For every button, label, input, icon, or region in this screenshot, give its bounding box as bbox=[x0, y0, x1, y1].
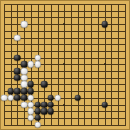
black-stone bbox=[21, 88, 28, 95]
grid-line bbox=[84, 4, 85, 126]
grid-line bbox=[4, 125, 126, 126]
black-stone bbox=[14, 74, 21, 81]
white-stone bbox=[21, 21, 28, 28]
black-stone bbox=[21, 61, 28, 68]
grid-line bbox=[4, 111, 126, 112]
white-stone bbox=[21, 81, 28, 88]
star-point bbox=[63, 23, 65, 25]
white-stone bbox=[34, 121, 41, 128]
grid-line bbox=[111, 4, 112, 126]
black-stone bbox=[14, 88, 21, 95]
black-stone bbox=[101, 101, 108, 108]
white-stone bbox=[1, 95, 8, 102]
star-point bbox=[104, 63, 106, 65]
grid-line bbox=[91, 4, 92, 126]
white-stone bbox=[21, 101, 28, 108]
black-stone bbox=[14, 95, 21, 102]
grid-line bbox=[78, 4, 79, 126]
black-stone bbox=[7, 88, 14, 95]
white-stone bbox=[54, 95, 61, 102]
grid-line bbox=[71, 4, 72, 126]
white-stone bbox=[7, 95, 14, 102]
grid-line bbox=[125, 4, 126, 126]
black-stone bbox=[14, 68, 21, 75]
black-stone bbox=[74, 95, 81, 102]
white-stone bbox=[28, 115, 35, 122]
black-stone bbox=[34, 115, 41, 122]
black-stone bbox=[28, 81, 35, 88]
white-stone bbox=[28, 108, 35, 115]
black-stone bbox=[48, 101, 55, 108]
go-diagram-thumbnail[interactable] bbox=[0, 0, 130, 130]
white-stone bbox=[28, 95, 35, 102]
black-stone bbox=[21, 95, 28, 102]
white-stone bbox=[21, 74, 28, 81]
black-stone bbox=[101, 21, 108, 28]
black-stone bbox=[34, 108, 41, 115]
grid-line bbox=[98, 4, 99, 126]
black-stone bbox=[34, 101, 41, 108]
white-stone bbox=[14, 34, 21, 41]
white-stone bbox=[21, 68, 28, 75]
grid-line bbox=[118, 4, 119, 126]
black-stone bbox=[41, 81, 48, 88]
grid-line bbox=[4, 118, 126, 119]
go-board[interactable] bbox=[0, 0, 130, 130]
white-stone bbox=[28, 61, 35, 68]
star-point bbox=[63, 104, 65, 106]
black-stone bbox=[28, 88, 35, 95]
star-point bbox=[63, 63, 65, 65]
black-stone bbox=[48, 95, 55, 102]
black-stone bbox=[41, 108, 48, 115]
white-stone bbox=[28, 101, 35, 108]
black-stone bbox=[41, 101, 48, 108]
black-stone bbox=[14, 54, 21, 61]
white-stone bbox=[34, 61, 41, 68]
black-stone bbox=[48, 108, 55, 115]
white-stone bbox=[34, 54, 41, 61]
